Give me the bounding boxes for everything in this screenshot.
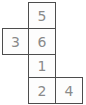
cell-digit: 5 (38, 9, 47, 23)
net-cell-top: 5 (28, 2, 56, 29)
net-cell-bottom-right: 4 (55, 77, 83, 104)
cell-digit: 2 (38, 84, 47, 98)
cell-digit: 4 (65, 84, 74, 98)
net-cell-bottom: 2 (28, 77, 56, 104)
net-cell-middle: 1 (28, 54, 56, 78)
cell-digit: 3 (11, 35, 20, 49)
cube-net-board: 5 3 6 1 2 4 (0, 0, 86, 105)
cell-digit: 6 (38, 35, 47, 49)
net-cell-left: 3 (2, 28, 29, 55)
cell-digit: 1 (38, 59, 47, 73)
net-cell-center: 6 (28, 28, 56, 55)
